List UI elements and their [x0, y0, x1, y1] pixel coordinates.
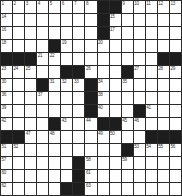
clue-number: 43 [62, 118, 67, 123]
white-cell-r7c12[interactable] [134, 79, 145, 91]
white-cell-r2c12[interactable] [134, 14, 145, 26]
white-cell-r4c1[interactable]: 18 [1, 40, 12, 52]
clue-number: 17 [110, 27, 115, 32]
white-cell-r15c14[interactable] [158, 183, 169, 195]
white-cell-r6c15[interactable]: 29 [170, 66, 181, 78]
white-cell-r6c13[interactable] [146, 66, 157, 78]
clue-number: 1 [2, 1, 4, 6]
white-cell-r7c15[interactable] [170, 79, 181, 91]
black-cell-r5c1 [1, 53, 12, 65]
black-cell-r10c10 [110, 118, 121, 130]
white-cell-r6c3[interactable]: 25 [25, 66, 36, 78]
clue-number: 9 [122, 1, 124, 6]
clue-number: 5 [50, 1, 52, 6]
white-cell-r7c6[interactable]: 32 [61, 79, 72, 91]
clue-number: 27 [134, 66, 139, 71]
white-cell-r14c14[interactable] [158, 170, 169, 182]
clue-number: 62 [2, 183, 7, 188]
white-cell-r12c3[interactable] [25, 144, 36, 156]
white-cell-r13c8[interactable]: 58 [85, 157, 96, 169]
white-cell-r7c7[interactable]: 33 [73, 79, 84, 91]
white-cell-r13c5[interactable] [49, 157, 60, 169]
white-cell-r8c3[interactable] [25, 92, 36, 104]
white-cell-r4c9[interactable]: 20 [98, 40, 109, 52]
white-cell-r8c13[interactable] [146, 92, 157, 104]
white-cell-r14c4[interactable] [37, 170, 48, 182]
black-cell-r9c8 [85, 105, 96, 117]
white-cell-r4c15[interactable] [170, 40, 181, 52]
white-cell-r13c1[interactable]: 57 [1, 157, 12, 169]
black-cell-r11c13 [146, 131, 157, 143]
white-cell-r9c3[interactable] [25, 105, 36, 117]
white-cell-r13c12[interactable] [134, 157, 145, 169]
black-cell-r8c8 [85, 92, 96, 104]
white-cell-r8c2[interactable] [13, 92, 24, 104]
white-cell-r3c13[interactable] [146, 27, 157, 39]
white-cell-r13c3[interactable] [25, 157, 36, 169]
white-cell-r9c6[interactable] [61, 105, 72, 117]
clue-number: 63 [86, 183, 91, 188]
white-cell-r1c11[interactable]: 9 [122, 1, 133, 13]
white-cell-r1c7[interactable]: 7 [73, 1, 84, 13]
white-cell-r5c8[interactable] [85, 53, 96, 65]
white-cell-r11c10[interactable]: 50 [110, 131, 121, 143]
clue-number: 10 [134, 1, 139, 6]
white-cell-r3c3[interactable] [25, 27, 36, 39]
white-cell-r9c13[interactable]: 41 [146, 105, 157, 117]
white-cell-r13c9[interactable] [98, 157, 109, 169]
white-cell-r1c4[interactable]: 4 [37, 1, 48, 13]
clue-number: 14 [2, 14, 7, 19]
clue-number: 12 [158, 1, 163, 6]
white-cell-r6c8[interactable]: 26 [85, 66, 96, 78]
clue-number: 24 [14, 66, 19, 71]
white-cell-r14c2[interactable] [13, 170, 24, 182]
white-cell-r8c12[interactable] [134, 92, 145, 104]
white-cell-r4c6[interactable]: 19 [61, 40, 72, 52]
clue-number: 47 [26, 131, 31, 136]
white-cell-r5c6[interactable] [61, 53, 72, 65]
black-cell-r4c5 [49, 40, 60, 52]
clue-number: 48 [50, 131, 55, 136]
white-cell-r10c2[interactable] [13, 118, 24, 130]
white-cell-r11c8[interactable] [85, 131, 96, 143]
clue-number: 57 [2, 157, 7, 162]
white-cell-r12c2[interactable]: 52 [13, 144, 24, 156]
black-cell-r2c9 [98, 14, 109, 26]
white-cell-r3c1[interactable]: 16 [1, 27, 12, 39]
clue-number: 35 [122, 79, 127, 84]
white-cell-r6c12[interactable]: 27 [134, 66, 145, 78]
clue-number: 52 [14, 144, 19, 149]
white-cell-r2c7[interactable] [73, 14, 84, 26]
white-cell-r1c1[interactable]: 1 [1, 1, 12, 13]
white-cell-r8c5[interactable] [49, 92, 60, 104]
white-cell-r4c12[interactable] [134, 40, 145, 52]
white-cell-r2c4[interactable] [37, 14, 48, 26]
white-cell-r2c10[interactable]: 15 [110, 14, 121, 26]
white-cell-r7c1[interactable]: 30 [1, 79, 12, 91]
white-cell-r8c1[interactable]: 36 [1, 92, 12, 104]
white-cell-r9c15[interactable] [170, 105, 181, 117]
clue-number: 30 [2, 79, 7, 84]
white-cell-r14c13[interactable] [146, 170, 157, 182]
black-cell-r10c5 [49, 118, 60, 130]
white-cell-r10c6[interactable]: 43 [61, 118, 72, 130]
white-cell-r7c10[interactable] [110, 79, 121, 91]
clue-number: 58 [86, 157, 91, 162]
clue-number: 31 [50, 79, 55, 84]
white-cell-r15c4[interactable] [37, 183, 48, 195]
white-cell-r7c11[interactable]: 35 [122, 79, 133, 91]
black-cell-r14c7 [73, 170, 84, 182]
clue-number: 21 [38, 53, 43, 58]
clue-number: 22 [50, 53, 55, 58]
clue-number: 32 [62, 79, 67, 84]
white-cell-r7c13[interactable] [146, 79, 157, 91]
white-cell-r14c11[interactable] [122, 170, 133, 182]
black-cell-r5c14 [158, 53, 169, 65]
white-cell-r15c15[interactable] [170, 183, 181, 195]
white-cell-r9c1[interactable]: 39 [1, 105, 12, 117]
white-cell-r8c4[interactable]: 37 [37, 92, 48, 104]
clue-number: 50 [110, 131, 115, 136]
clue-number: 39 [2, 105, 7, 110]
white-cell-r10c1[interactable]: 42 [1, 118, 12, 130]
white-cell-r3c7[interactable] [73, 27, 84, 39]
white-cell-r12c6[interactable] [61, 144, 72, 156]
white-cell-r11c6[interactable] [61, 131, 72, 143]
black-cell-r10c9 [98, 118, 109, 130]
white-cell-r1c15[interactable]: 13 [170, 1, 181, 13]
white-cell-r2c14[interactable] [158, 14, 169, 26]
black-cell-r1c10 [110, 1, 121, 13]
white-cell-r9c5[interactable] [49, 105, 60, 117]
clue-number: 60 [2, 170, 7, 175]
white-cell-r3c14[interactable] [158, 27, 169, 39]
white-cell-r11c5[interactable]: 48 [49, 131, 60, 143]
white-cell-r5c5[interactable]: 22 [49, 53, 60, 65]
black-cell-r11c1 [1, 131, 12, 143]
white-cell-r8c6[interactable] [61, 92, 72, 104]
clue-number: 45 [122, 118, 127, 123]
clue-number: 20 [98, 40, 103, 45]
clue-number: 42 [2, 118, 7, 123]
white-cell-r1c3[interactable]: 3 [25, 1, 36, 13]
black-cell-r11c15 [170, 131, 181, 143]
clue-number: 26 [86, 66, 91, 71]
clue-number: 3 [26, 1, 28, 6]
white-cell-r7c5[interactable]: 31 [49, 79, 60, 91]
clue-number: 33 [74, 79, 79, 84]
white-cell-r13c15[interactable] [170, 157, 181, 169]
white-cell-r12c7[interactable] [73, 144, 84, 156]
white-cell-r1c6[interactable]: 6 [61, 1, 72, 13]
white-cell-r2c5[interactable] [49, 14, 60, 26]
white-cell-r3c10[interactable]: 17 [110, 27, 121, 39]
white-cell-r1c12[interactable]: 10 [134, 1, 145, 13]
black-cell-r1c9 [98, 1, 109, 13]
white-cell-r14c8[interactable]: 61 [85, 170, 96, 182]
white-cell-r15c12[interactable] [134, 183, 145, 195]
clue-number: 41 [146, 105, 151, 110]
black-cell-r7c4 [37, 79, 48, 91]
white-cell-r12c8[interactable] [85, 144, 96, 156]
white-cell-r14c12[interactable] [134, 170, 145, 182]
clue-number: 51 [2, 144, 7, 149]
white-cell-r10c7[interactable] [73, 118, 84, 130]
white-cell-r7c2[interactable] [13, 79, 24, 91]
black-cell-r11c14 [158, 131, 169, 143]
black-cell-r15c6 [61, 183, 72, 195]
white-cell-r6c10[interactable] [110, 66, 121, 78]
white-cell-r13c4[interactable] [37, 157, 48, 169]
white-cell-r11c3[interactable]: 47 [25, 131, 36, 143]
white-cell-r5c13[interactable] [146, 53, 157, 65]
white-cell-r12c10[interactable] [110, 144, 121, 156]
white-cell-r1c5[interactable]: 5 [49, 1, 60, 13]
white-cell-r15c13[interactable] [146, 183, 157, 195]
white-cell-r5c7[interactable] [73, 53, 84, 65]
white-cell-r6c5[interactable] [49, 66, 60, 78]
white-cell-r6c4[interactable] [37, 66, 48, 78]
white-cell-r15c1[interactable]: 62 [1, 183, 12, 195]
white-cell-r2c3[interactable] [25, 14, 36, 26]
white-cell-r9c7[interactable] [73, 105, 84, 117]
white-cell-r13c14[interactable] [158, 157, 169, 169]
clue-number: 44 [86, 118, 91, 123]
white-cell-r2c15[interactable] [170, 14, 181, 26]
white-cell-r3c12[interactable] [134, 27, 145, 39]
clue-number: 61 [86, 170, 91, 175]
clue-number: 16 [2, 27, 7, 32]
white-cell-r2c2[interactable] [13, 14, 24, 26]
clue-number: 55 [158, 144, 163, 149]
black-cell-r6c7 [73, 66, 84, 78]
white-cell-r1c13[interactable]: 11 [146, 1, 157, 13]
white-cell-r4c10[interactable] [110, 40, 121, 52]
white-cell-r5c11[interactable] [122, 53, 133, 65]
clue-number: 36 [2, 92, 7, 97]
white-cell-r13c6[interactable] [61, 157, 72, 169]
black-cell-r6c11 [122, 66, 133, 78]
white-cell-r2c13[interactable] [146, 14, 157, 26]
white-cell-r14c5[interactable] [49, 170, 60, 182]
white-cell-r3c2[interactable] [13, 27, 24, 39]
white-cell-r14c1[interactable]: 60 [1, 170, 12, 182]
white-cell-r8c9[interactable]: 38 [98, 92, 109, 104]
white-cell-r3c5[interactable] [49, 27, 60, 39]
white-cell-r15c5[interactable] [49, 183, 60, 195]
white-cell-r12c12[interactable]: 53 [134, 144, 145, 156]
clue-number: 29 [170, 66, 175, 71]
black-cell-r11c2 [13, 131, 24, 143]
clue-number: 15 [110, 14, 115, 19]
white-cell-r2c1[interactable]: 14 [1, 14, 12, 26]
white-cell-r4c3[interactable] [25, 40, 36, 52]
white-cell-r15c3[interactable] [25, 183, 36, 195]
white-cell-r14c10[interactable] [110, 170, 121, 182]
white-cell-r8c10[interactable] [110, 92, 121, 104]
white-cell-r15c10[interactable] [110, 183, 121, 195]
white-cell-r9c11[interactable] [122, 105, 133, 117]
white-cell-r8c7[interactable] [73, 92, 84, 104]
black-cell-r6c6 [61, 66, 72, 78]
black-cell-r3c9 [98, 27, 109, 39]
white-cell-r11c12[interactable] [134, 131, 145, 143]
white-cell-r10c3[interactable] [25, 118, 36, 130]
white-cell-r3c11[interactable] [122, 27, 133, 39]
black-cell-r15c7 [73, 183, 84, 195]
white-cell-r4c11[interactable] [122, 40, 133, 52]
white-cell-r1c2[interactable]: 2 [13, 1, 24, 13]
white-cell-r4c13[interactable] [146, 40, 157, 52]
white-cell-r10c14[interactable] [158, 118, 169, 130]
white-cell-r2c6[interactable] [61, 14, 72, 26]
white-cell-r1c14[interactable]: 12 [158, 1, 169, 13]
clue-number: 13 [170, 1, 175, 6]
black-cell-r9c12 [134, 105, 145, 117]
white-cell-r4c14[interactable] [158, 40, 169, 52]
black-cell-r13c7 [73, 157, 84, 169]
white-cell-r12c13[interactable]: 54 [146, 144, 157, 156]
white-cell-r3c8[interactable] [85, 27, 96, 39]
white-cell-r5c4[interactable]: 21 [37, 53, 48, 65]
clue-number: 37 [38, 92, 43, 97]
white-cell-r2c8[interactable] [85, 14, 96, 26]
white-cell-r4c2[interactable] [13, 40, 24, 52]
white-cell-r9c9[interactable]: 40 [98, 105, 109, 117]
clue-number: 4 [38, 1, 40, 6]
white-cell-r6c9[interactable] [98, 66, 109, 78]
clue-number: 34 [98, 79, 103, 84]
white-cell-r12c9[interactable] [98, 144, 109, 156]
white-cell-r7c9[interactable]: 34 [98, 79, 109, 91]
white-cell-r13c2[interactable] [13, 157, 24, 169]
white-cell-r5c9[interactable] [98, 53, 109, 65]
white-cell-r4c8[interactable] [85, 40, 96, 52]
white-cell-r10c12[interactable]: 46 [134, 118, 145, 130]
white-cell-r7c3[interactable] [25, 79, 36, 91]
clue-number: 46 [134, 118, 139, 123]
clue-number: 38 [98, 92, 103, 97]
clue-number: 59 [122, 157, 127, 162]
white-cell-r12c14[interactable]: 55 [158, 144, 169, 156]
clue-number: 53 [134, 144, 139, 149]
white-cell-r5c12[interactable] [134, 53, 145, 65]
white-cell-r13c13[interactable] [146, 157, 157, 169]
clue-number: 19 [62, 40, 67, 45]
white-cell-r10c13[interactable] [146, 118, 157, 130]
white-cell-r6c1[interactable]: 23 [1, 66, 12, 78]
clue-number: 23 [2, 66, 7, 71]
white-cell-r3c15[interactable] [170, 27, 181, 39]
clue-number: 2 [14, 1, 16, 6]
white-cell-r10c8[interactable]: 44 [85, 118, 96, 130]
white-cell-r1c8[interactable]: 8 [85, 1, 96, 13]
white-cell-r8c11[interactable] [122, 92, 133, 104]
white-cell-r8c14[interactable] [158, 92, 169, 104]
white-cell-r3c6[interactable] [61, 27, 72, 39]
white-cell-r8c15[interactable] [170, 92, 181, 104]
white-cell-r11c11[interactable] [122, 131, 133, 143]
white-cell-r6c2[interactable]: 24 [13, 66, 24, 78]
clue-number: 28 [158, 66, 163, 71]
white-cell-r11c7[interactable] [73, 131, 84, 143]
white-cell-r9c10[interactable] [110, 105, 121, 117]
black-cell-r5c2 [13, 53, 24, 65]
clue-number: 8 [86, 1, 88, 6]
white-cell-r9c2[interactable] [13, 105, 24, 117]
black-cell-r7c8 [85, 79, 96, 91]
white-cell-r13c11[interactable]: 59 [122, 157, 133, 169]
white-cell-r15c8[interactable]: 63 [85, 183, 96, 195]
white-cell-r12c4[interactable] [37, 144, 48, 156]
black-cell-r12c11 [122, 144, 133, 156]
white-cell-r2c11[interactable] [122, 14, 133, 26]
clue-number: 54 [146, 144, 151, 149]
clue-number: 6 [62, 1, 64, 6]
white-cell-r4c4[interactable] [37, 40, 48, 52]
white-cell-r10c11[interactable]: 45 [122, 118, 133, 130]
black-cell-r5c15 [170, 53, 181, 65]
white-cell-r12c1[interactable]: 51 [1, 144, 12, 156]
white-cell-r15c11[interactable] [122, 183, 133, 195]
white-cell-r9c14[interactable] [158, 105, 169, 117]
white-cell-r14c3[interactable] [25, 170, 36, 182]
white-cell-r14c15[interactable] [170, 170, 181, 182]
black-cell-r5c3 [25, 53, 36, 65]
white-cell-r10c4[interactable] [37, 118, 48, 130]
white-cell-r11c4[interactable] [37, 131, 48, 143]
white-cell-r12c15[interactable]: 56 [170, 144, 181, 156]
white-cell-r4c7[interactable] [73, 40, 84, 52]
white-cell-r9c4[interactable] [37, 105, 48, 117]
clue-number: 40 [98, 105, 103, 110]
white-cell-r15c9[interactable] [98, 183, 109, 195]
clue-number: 11 [146, 1, 150, 6]
white-cell-r13c10[interactable] [110, 157, 121, 169]
clue-number: 56 [170, 144, 175, 149]
white-cell-r14c6[interactable] [61, 170, 72, 182]
white-cell-r3c4[interactable] [37, 27, 48, 39]
white-cell-r14c9[interactable] [98, 170, 109, 182]
white-cell-r7c14[interactable] [158, 79, 169, 91]
crossword-grid: 1234567891011121314151617181920212223242… [0, 0, 182, 196]
clue-number: 25 [26, 66, 31, 71]
white-cell-r11c9[interactable]: 49 [98, 131, 109, 143]
clue-number: 49 [98, 131, 103, 136]
clue-number: 7 [74, 1, 76, 6]
white-cell-r12c5[interactable] [49, 144, 60, 156]
white-cell-r6c14[interactable]: 28 [158, 66, 169, 78]
clue-number: 18 [2, 40, 7, 45]
white-cell-r5c10[interactable] [110, 53, 121, 65]
white-cell-r15c2[interactable] [13, 183, 24, 195]
white-cell-r10c15[interactable] [170, 118, 181, 130]
